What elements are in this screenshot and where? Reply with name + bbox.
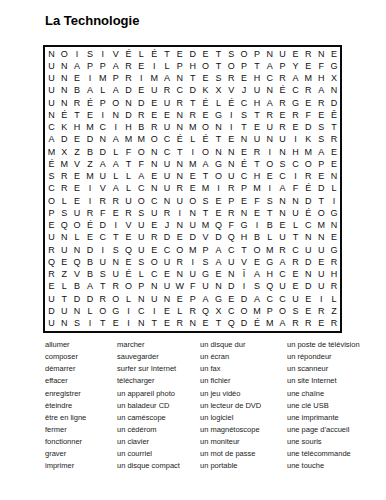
grid-cell-r9c22: A xyxy=(315,146,328,158)
grid-cell-r21c3: D xyxy=(71,293,84,305)
grid-cell-r4c5: L xyxy=(96,85,109,97)
grid-cell-r18c3: Q xyxy=(71,256,84,268)
grid-cell-r10c22: P xyxy=(315,158,328,170)
grid-cell-r9c8: O xyxy=(135,146,148,158)
grid-cell-r3c11: N xyxy=(173,73,186,85)
grid-cell-r12c10: U xyxy=(161,183,174,195)
word-list-item-c3-9: un moniteur xyxy=(200,436,287,448)
grid-cell-r7c8: B xyxy=(135,122,148,134)
grid-cell-r13c17: F xyxy=(251,195,264,207)
grid-cell-r23c22: E xyxy=(315,318,328,330)
grid-cell-r18c15: U xyxy=(225,256,238,268)
grid-cell-r10c14: G xyxy=(212,158,225,170)
grid-cell-r9c15: N xyxy=(225,146,238,158)
grid-cell-r10c20: C xyxy=(289,158,302,170)
grid-cell-r22c3: N xyxy=(71,305,84,317)
grid-cell-r5c21: E xyxy=(302,97,315,109)
grid-cell-r7c17: E xyxy=(251,122,264,134)
grid-cell-r4c16: J xyxy=(238,85,251,97)
grid-cell-r5c1: U xyxy=(45,97,58,109)
grid-cell-r4c21: R xyxy=(302,85,315,97)
grid-cell-r14c10: R xyxy=(161,207,174,219)
grid-cell-r20c15: D xyxy=(225,281,238,293)
grid-cell-r17c22: U xyxy=(315,244,328,256)
grid-cell-r3c7: R xyxy=(122,73,135,85)
grid-cell-r9c13: O xyxy=(199,146,212,158)
grid-cell-r22c8: C xyxy=(135,305,148,317)
word-list-item-c4-3: un scanneur xyxy=(287,363,386,375)
grid-cell-r4c6: A xyxy=(109,85,122,97)
grid-cell-r21c16: D xyxy=(238,293,251,305)
grid-cell-r22c19: O xyxy=(276,305,289,317)
grid-cell-r9c7: F xyxy=(122,146,135,158)
grid-cell-r14c11: I xyxy=(173,207,186,219)
grid-cell-r19c19: C xyxy=(276,269,289,281)
grid-cell-r14c21: É xyxy=(302,207,315,219)
grid-cell-r15c5: D xyxy=(96,220,109,232)
grid-cell-r15c14: Q xyxy=(212,220,225,232)
grid-cell-r14c15: R xyxy=(225,207,238,219)
grid-cell-r20c17: S xyxy=(251,281,264,293)
grid-cell-r11c12: E xyxy=(186,171,199,183)
grid-cell-r7c21: D xyxy=(302,122,315,134)
grid-cell-r9c17: R xyxy=(251,146,264,158)
grid-cell-r7c3: H xyxy=(71,122,84,134)
grid-cell-r23c10: E xyxy=(161,318,174,330)
grid-cell-r10c2: M xyxy=(58,158,71,170)
word-list-item-c4-10: une télécommande xyxy=(287,448,386,460)
grid-cell-r9c2: X xyxy=(58,146,71,158)
grid-cell-r7c20: E xyxy=(289,122,302,134)
grid-cell-r13c18: S xyxy=(263,195,276,207)
grid-cell-r6c3: T xyxy=(71,109,84,121)
grid-cell-r8c20: I xyxy=(289,134,302,146)
grid-cell-r14c19: N xyxy=(276,207,289,219)
grid-cell-r19c15: N xyxy=(225,269,238,281)
grid-cell-r20c5: T xyxy=(96,281,109,293)
grid-cell-r9c20: H xyxy=(289,146,302,158)
grid-cell-r20c3: B xyxy=(71,281,84,293)
grid-cell-r15c1: E xyxy=(45,220,58,232)
grid-cell-r5c15: É xyxy=(225,97,238,109)
grid-cell-r21c5: R xyxy=(96,293,109,305)
grid-cell-r15c21: C xyxy=(302,220,315,232)
grid-cell-r22c10: E xyxy=(161,305,174,317)
grid-cell-r18c12: I xyxy=(186,256,199,268)
grid-cell-r4c15: V xyxy=(225,85,238,97)
grid-cell-r20c16: I xyxy=(238,281,251,293)
grid-cell-r20c14: N xyxy=(212,281,225,293)
puzzle-title: La Technologie xyxy=(45,13,139,28)
grid-cell-r16c18: L xyxy=(263,232,276,244)
grid-cell-r18c18: G xyxy=(263,256,276,268)
grid-cell-r19c4: B xyxy=(84,269,97,281)
grid-cell-r14c8: S xyxy=(135,207,148,219)
grid-cell-r10c7: T xyxy=(122,158,135,170)
grid-cell-r22c9: I xyxy=(148,305,161,317)
grid-cell-r7c22: S xyxy=(315,122,328,134)
grid-cell-r6c22: E xyxy=(315,109,328,121)
grid-cell-r19c11: N xyxy=(173,269,186,281)
grid-cell-r9c12: I xyxy=(186,146,199,158)
grid-cell-r6c14: G xyxy=(212,109,225,121)
grid-cell-r3c8: I xyxy=(135,73,148,85)
grid-cell-r21c23: L xyxy=(328,293,341,305)
grid-cell-r7c5: C xyxy=(96,122,109,134)
grid-cell-r16c15: Q xyxy=(225,232,238,244)
grid-cell-r11c4: M xyxy=(84,171,97,183)
grid-cell-r17c23: G xyxy=(328,244,341,256)
grid-cell-r5c8: D xyxy=(135,97,148,109)
grid-cell-r21c10: N xyxy=(161,293,174,305)
grid-cell-r23c1: U xyxy=(45,318,58,330)
word-list-item-c2-4: télécharger xyxy=(117,375,200,387)
grid-cell-r15c10: J xyxy=(161,220,174,232)
grid-cell-r12c8: C xyxy=(135,183,148,195)
grid-cell-r10c10: U xyxy=(161,158,174,170)
grid-cell-r15c9: E xyxy=(148,220,161,232)
grid-cell-r17c2: U xyxy=(58,244,71,256)
grid-cell-r8c9: O xyxy=(148,134,161,146)
grid-cell-r1c2: O xyxy=(58,48,71,60)
grid-cell-r20c6: R xyxy=(109,281,122,293)
grid-cell-r20c8: P xyxy=(135,281,148,293)
grid-cell-r8c5: N xyxy=(96,134,109,146)
grid-cell-r22c14: X xyxy=(212,305,225,317)
word-list-item-c1-5: enregistrer xyxy=(45,388,117,400)
grid-cell-r2c22: F xyxy=(315,60,328,72)
grid-cell-r9c3: Z xyxy=(71,146,84,158)
grid-cell-r20c22: U xyxy=(315,281,328,293)
grid-cell-r20c2: L xyxy=(58,281,71,293)
grid-cell-r9c11: T xyxy=(173,146,186,158)
grid-cell-r3c18: C xyxy=(263,73,276,85)
grid-cell-r15c16: G xyxy=(238,220,251,232)
word-list-item-c1-9: fonctionner xyxy=(45,436,117,448)
grid-cell-r15c22: M xyxy=(315,220,328,232)
grid-cell-r12c4: I xyxy=(84,183,97,195)
grid-cell-r3c16: E xyxy=(238,73,251,85)
grid-cell-r6c23: Ê xyxy=(328,109,341,121)
grid-cell-r13c13: S xyxy=(199,195,212,207)
grid-cell-r20c19: U xyxy=(276,281,289,293)
word-list-item-c4-5: une chaîne xyxy=(287,388,386,400)
grid-cell-r5c11: R xyxy=(173,97,186,109)
grid-cell-r9c10: C xyxy=(161,146,174,158)
grid-cell-r19c6: U xyxy=(109,269,122,281)
grid-cell-r15c17: I xyxy=(251,220,264,232)
grid-cell-r8c19: U xyxy=(276,134,289,146)
grid-cell-r17c11: O xyxy=(173,244,186,256)
grid-cell-r23c8: N xyxy=(135,318,148,330)
grid-cell-r3c1: U xyxy=(45,73,58,85)
word-list-item-c4-9: une souris xyxy=(287,436,386,448)
grid-cell-r10c17: T xyxy=(251,158,264,170)
grid-cell-r10c11: N xyxy=(173,158,186,170)
grid-cell-r8c6: A xyxy=(109,134,122,146)
grid-cell-r1c4: S xyxy=(84,48,97,60)
grid-cell-r12c13: M xyxy=(199,183,212,195)
grid-cell-r19c10: E xyxy=(161,269,174,281)
grid-cell-r13c2: L xyxy=(58,195,71,207)
grid-cell-r21c22: I xyxy=(315,293,328,305)
grid-cell-r1c8: L xyxy=(135,48,148,60)
grid-cell-r17c6: S xyxy=(109,244,122,256)
grid-cell-r8c7: M xyxy=(122,134,135,146)
grid-cell-r5c14: L xyxy=(212,97,225,109)
word-list-item-c1-10: graver xyxy=(45,448,117,460)
grid-cell-r16c9: R xyxy=(148,232,161,244)
grid-cell-r3c21: M xyxy=(302,73,315,85)
grid-cell-r12c17: M xyxy=(251,183,264,195)
grid-cell-r2c8: E xyxy=(135,60,148,72)
grid-cell-r13c9: C xyxy=(148,195,161,207)
grid-cell-r1c1: N xyxy=(45,48,58,60)
grid-cell-r2c12: H xyxy=(186,60,199,72)
grid-cell-r1c13: E xyxy=(199,48,212,60)
grid-cell-r11c2: R xyxy=(58,171,71,183)
word-list-item-c2-6: un baladeur CD xyxy=(117,400,200,412)
grid-cell-r5c13: É xyxy=(199,97,212,109)
grid-cell-r22c6: G xyxy=(109,305,122,317)
grid-cell-r17c12: M xyxy=(186,244,199,256)
grid-cell-r6c6: N xyxy=(109,109,122,121)
grid-cell-r14c23: G xyxy=(328,207,341,219)
grid-cell-r17c18: M xyxy=(263,244,276,256)
grid-cell-r11c3: E xyxy=(71,171,84,183)
grid-cell-r7c1: C xyxy=(45,122,58,134)
word-list-item-c3-4: un fichier xyxy=(200,375,287,387)
grid-cell-r6c13: E xyxy=(199,109,212,121)
grid-cell-r1c7: É xyxy=(122,48,135,60)
grid-cell-r19c5: S xyxy=(96,269,109,281)
grid-cell-r23c20: R xyxy=(289,318,302,330)
grid-cell-r21c2: T xyxy=(58,293,71,305)
grid-cell-r6c12: R xyxy=(186,109,199,121)
grid-cell-r7c23: T xyxy=(328,122,341,134)
grid-cell-r1c5: I xyxy=(96,48,109,60)
grid-cell-r17c13: P xyxy=(199,244,212,256)
word-list-item-c1-2: composer xyxy=(45,351,117,363)
word-list-item-c3-2: un écran xyxy=(200,351,287,363)
grid-cell-r17c20: C xyxy=(289,244,302,256)
grid-cell-r16c5: C xyxy=(96,232,109,244)
grid-cell-r16c3: L xyxy=(71,232,84,244)
grid-cell-r22c16: O xyxy=(238,305,251,317)
grid-cell-r14c2: S xyxy=(58,207,71,219)
grid-cell-r2c2: N xyxy=(58,60,71,72)
grid-cell-r16c14: D xyxy=(212,232,225,244)
grid-cell-r16c11: E xyxy=(173,232,186,244)
word-list-item-c3-3: un fax xyxy=(200,363,287,375)
grid-cell-r1c12: D xyxy=(186,48,199,60)
grid-cell-r21c8: N xyxy=(135,293,148,305)
grid-cell-r9c19: N xyxy=(276,146,289,158)
grid-cell-r14c6: E xyxy=(109,207,122,219)
grid-cell-r12c6: A xyxy=(109,183,122,195)
grid-cell-r22c2: U xyxy=(58,305,71,317)
grid-cell-r1c20: E xyxy=(289,48,302,60)
grid-cell-r1c14: T xyxy=(212,48,225,60)
grid-cell-r3c4: I xyxy=(84,73,97,85)
word-list-item-c2-7: un caméscope xyxy=(117,412,200,424)
grid-cell-r4c1: U xyxy=(45,85,58,97)
grid-cell-r17c17: O xyxy=(251,244,264,256)
grid-cell-r23c6: E xyxy=(109,318,122,330)
grid-cell-r19c12: U xyxy=(186,269,199,281)
grid-cell-r7c15: I xyxy=(225,122,238,134)
grid-cell-r7c6: I xyxy=(109,122,122,134)
grid-cell-r14c3: U xyxy=(71,207,84,219)
grid-cell-r22c11: L xyxy=(173,305,186,317)
grid-cell-r2c13: O xyxy=(199,60,212,72)
grid-cell-r22c4: L xyxy=(84,305,97,317)
grid-cell-r9c9: N xyxy=(148,146,161,158)
grid-cell-r1c21: R xyxy=(302,48,315,60)
grid-cell-r23c13: E xyxy=(199,318,212,330)
grid-cell-r14c18: T xyxy=(263,207,276,219)
grid-cell-r5c9: E xyxy=(148,97,161,109)
grid-cell-r6c7: D xyxy=(122,109,135,121)
grid-cell-r21c19: C xyxy=(276,293,289,305)
grid-cell-r14c12: N xyxy=(186,207,199,219)
grid-cell-r18c1: Q xyxy=(45,256,58,268)
grid-cell-r6c19: E xyxy=(276,109,289,121)
word-list-item-c2-1: marcher xyxy=(117,339,200,351)
grid-cell-r1c10: T xyxy=(161,48,174,60)
grid-cell-r23c18: M xyxy=(263,318,276,330)
grid-cell-r3c3: E xyxy=(71,73,84,85)
grid-cell-r5c18: A xyxy=(263,97,276,109)
grid-cell-r12c20: F xyxy=(289,183,302,195)
grid-cell-r3c20: A xyxy=(289,73,302,85)
grid-cell-r3c19: R xyxy=(276,73,289,85)
word-list-item-c3-8: un magnétoscope xyxy=(200,424,287,436)
grid-cell-r12c9: N xyxy=(148,183,161,195)
grid-cell-r6c21: F xyxy=(302,109,315,121)
grid-cell-r13c21: D xyxy=(302,195,315,207)
grid-cell-r19c13: G xyxy=(199,269,212,281)
grid-cell-r14c13: T xyxy=(199,207,212,219)
grid-cell-r1c6: V xyxy=(109,48,122,60)
grid-cell-r14c22: O xyxy=(315,207,328,219)
grid-cell-r23c12: N xyxy=(186,318,199,330)
grid-cell-r2c19: P xyxy=(276,60,289,72)
word-list-item-c4-7: une imprimante xyxy=(287,412,386,424)
grid-cell-r14c17: E xyxy=(251,207,264,219)
grid-cell-r17c5: I xyxy=(96,244,109,256)
grid-cell-r19c3: V xyxy=(71,269,84,281)
grid-cell-r5c22: R xyxy=(315,97,328,109)
grid-cell-r14c5: F xyxy=(96,207,109,219)
grid-cell-r8c22: S xyxy=(315,134,328,146)
grid-cell-r17c14: A xyxy=(212,244,225,256)
grid-cell-r22c21: E xyxy=(302,305,315,317)
grid-cell-r18c6: N xyxy=(109,256,122,268)
grid-cell-r10c19: S xyxy=(276,158,289,170)
grid-cell-r10c3: V xyxy=(71,158,84,170)
grid-cell-r17c10: C xyxy=(161,244,174,256)
grid-cell-r19c16: Î xyxy=(238,269,251,281)
grid-cell-r20c9: N xyxy=(148,281,161,293)
word-list-item-c1-3: démarrer xyxy=(45,363,117,375)
grid-cell-r21c13: A xyxy=(199,293,212,305)
grid-cell-r16c4: E xyxy=(84,232,97,244)
grid-cell-r22c15: C xyxy=(225,305,238,317)
word-list-item-c4-8: une page d'accueil xyxy=(287,424,386,436)
grid-cell-r10c23: E xyxy=(328,158,341,170)
grid-cell-r18c14: A xyxy=(212,256,225,268)
grid-cell-r21c12: P xyxy=(186,293,199,305)
word-list-item-c4-11: une touche xyxy=(287,460,386,472)
grid-cell-r6c20: R xyxy=(289,109,302,121)
grid-cell-r17c9: E xyxy=(148,244,161,256)
grid-cell-r8c14: T xyxy=(212,134,225,146)
grid-cell-r7c16: T xyxy=(238,122,251,134)
word-list-item-c4-1: un poste de télévision xyxy=(287,339,386,351)
grid-cell-r11c15: U xyxy=(225,171,238,183)
grid-cell-r21c14: G xyxy=(212,293,225,305)
grid-cell-r18c4: B xyxy=(84,256,97,268)
grid-cell-r23c11: R xyxy=(173,318,186,330)
grid-cell-r4c8: E xyxy=(135,85,148,97)
grid-cell-r17c16: T xyxy=(238,244,251,256)
grid-cell-r4c13: K xyxy=(199,85,212,97)
grid-cell-r11c1: S xyxy=(45,171,58,183)
grid-cell-r12c18: I xyxy=(263,183,276,195)
grid-cell-r21c9: U xyxy=(148,293,161,305)
grid-cell-r16c6: T xyxy=(109,232,122,244)
grid-cell-r3c5: M xyxy=(96,73,109,85)
grid-cell-r16c23: E xyxy=(328,232,341,244)
grid-cell-r5c12: T xyxy=(186,97,199,109)
grid-cell-r15c3: O xyxy=(71,220,84,232)
word-list-item-c1-8: fermer xyxy=(45,424,117,436)
grid-cell-r17c3: N xyxy=(71,244,84,256)
grid-cell-r7c4: M xyxy=(84,122,97,134)
grid-cell-r13c4: I xyxy=(84,195,97,207)
grid-cell-r10c16: É xyxy=(238,158,251,170)
grid-cell-r10c5: A xyxy=(96,158,109,170)
grid-cell-r9c5: D xyxy=(96,146,109,158)
grid-cell-r12c22: D xyxy=(315,183,328,195)
grid-cell-r1c17: P xyxy=(251,48,264,60)
grid-cell-r10c6: A xyxy=(109,158,122,170)
grid-cell-r10c18: O xyxy=(263,158,276,170)
word-list-item-c3-1: un disque dur xyxy=(200,339,287,351)
grid-cell-r13c12: O xyxy=(186,195,199,207)
grid-cell-r2c20: Y xyxy=(289,60,302,72)
grid-cell-r12c3: E xyxy=(71,183,84,195)
word-list-item-c1-7: être en ligne xyxy=(45,412,117,424)
grid-cell-r13c10: N xyxy=(161,195,174,207)
grid-cell-r21c11: E xyxy=(173,293,186,305)
grid-cell-r2c16: P xyxy=(238,60,251,72)
grid-cell-r18c23: R xyxy=(328,256,341,268)
grid-frame: NOISIVÉLÉTEDETSOPNUERNEUNAPPAREILPHOTOPT… xyxy=(43,45,342,333)
grid-cell-r19c14: E xyxy=(212,269,225,281)
grid-cell-r13c15: P xyxy=(225,195,238,207)
grid-cell-r15c7: V xyxy=(122,220,135,232)
grid-cell-r2c18: A xyxy=(263,60,276,72)
grid-cell-r21c6: O xyxy=(109,293,122,305)
grid-cell-r21c4: D xyxy=(84,293,97,305)
grid-cell-r6c11: N xyxy=(173,109,186,121)
word-list-item-c3-7: un logiciel xyxy=(200,412,287,424)
grid-cell-r11c23: N xyxy=(328,171,341,183)
word-search-grid: NOISIVÉLÉTEDETSOPNUERNEUNAPPAREILPHOTOPT… xyxy=(45,47,340,331)
grid-cell-r20c20: E xyxy=(289,281,302,293)
